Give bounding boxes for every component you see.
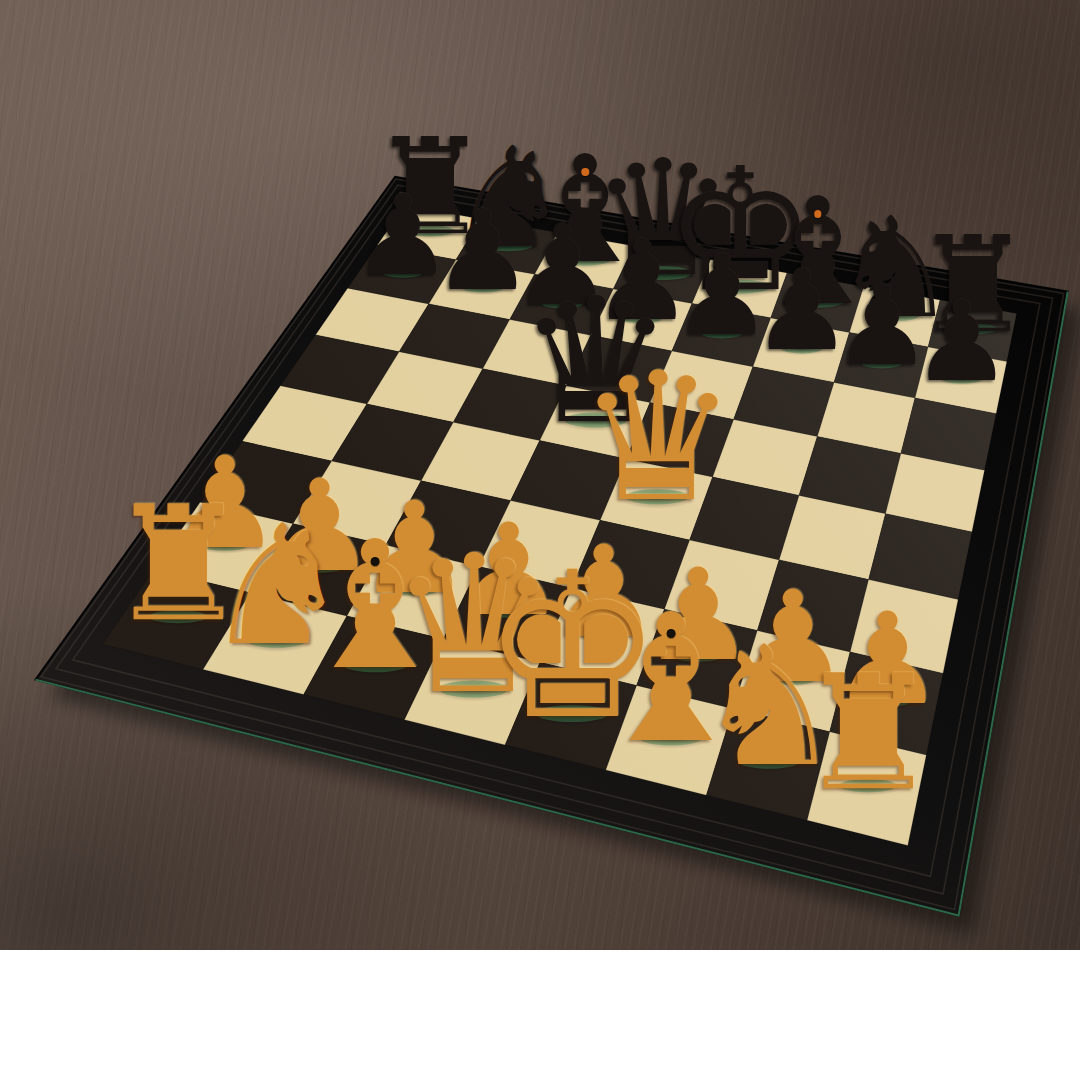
screenshot: ♜♞♝♛♚♝♞♜♟♟♟♟♟♟♟♟♛♛♟♟♟♟♟♟♟♟♜♞♝♛♚♝♞♜ [0,0,1080,1080]
white-rook-glyph: ♜ [797,654,939,812]
white-queen-glyph: ♛ [578,349,737,527]
bishop-finial-ball [666,629,675,638]
black-pawn-glyph: ♟ [911,286,1011,398]
pieces-layer: ♜♞♝♛♚♝♞♜♟♟♟♟♟♟♟♟♛♛♟♟♟♟♟♟♟♟♜♞♝♛♚♝♞♜ [0,0,1080,950]
product-photo: ♜♞♝♛♚♝♞♜♟♟♟♟♟♟♟♟♛♛♟♟♟♟♟♟♟♟♜♞♝♛♚♝♞♜ [0,0,1080,950]
bottom-white-strip [0,950,1080,1080]
bishop-finial-ball [371,557,380,566]
